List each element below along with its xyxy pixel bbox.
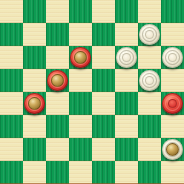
square-r1c7 [161,23,184,46]
square-r6c3[interactable] [69,138,92,161]
square-r1c6[interactable]: ⛀ [138,23,161,46]
square-r6c0 [0,138,23,161]
square-r1c4[interactable] [92,23,115,46]
red-king-piece[interactable]: ⛃ [70,47,91,68]
square-r4c7[interactable]: ⛂ [161,92,184,115]
square-r3c1 [23,69,46,92]
white-man-piece[interactable]: ⛀ [162,47,183,68]
square-r2c2 [46,46,69,69]
square-r2c0 [0,46,23,69]
square-r2c4 [92,46,115,69]
square-r3c5 [115,69,138,92]
square-r4c1[interactable]: ⛃ [23,92,46,115]
square-r0c2 [46,0,69,23]
square-r5c6[interactable] [138,115,161,138]
square-r2c6 [138,46,161,69]
square-r1c1 [23,23,46,46]
square-r4c4 [92,92,115,115]
square-r6c2 [46,138,69,161]
square-r5c7 [161,115,184,138]
white-man-piece[interactable]: ⛀ [116,47,137,68]
square-r4c6 [138,92,161,115]
square-r7c3 [69,161,92,184]
square-r3c6[interactable]: ⛀ [138,69,161,92]
square-r0c6 [138,0,161,23]
square-r6c4 [92,138,115,161]
square-r2c3[interactable]: ⛃ [69,46,92,69]
square-r6c5[interactable] [115,138,138,161]
square-r7c1 [23,161,46,184]
square-r7c0[interactable] [0,161,23,184]
square-r6c7[interactable]: ⛁ [161,138,184,161]
square-r4c0 [0,92,23,115]
square-r4c5[interactable] [115,92,138,115]
white-king-piece[interactable]: ⛁ [162,139,183,160]
square-r0c5[interactable] [115,0,138,23]
square-r7c6[interactable] [138,161,161,184]
square-r2c5[interactable]: ⛀ [115,46,138,69]
square-r4c2 [46,92,69,115]
square-r7c4[interactable] [92,161,115,184]
square-r5c5 [115,115,138,138]
red-king-piece[interactable]: ⛃ [47,70,68,91]
square-r1c0[interactable] [0,23,23,46]
square-r2c7[interactable]: ⛀ [161,46,184,69]
square-r6c1[interactable] [23,138,46,161]
square-r1c5 [115,23,138,46]
square-r7c2[interactable] [46,161,69,184]
square-r3c3 [69,69,92,92]
square-r0c3[interactable] [69,0,92,23]
white-man-piece[interactable]: ⛀ [139,24,160,45]
square-r3c2[interactable]: ⛃ [46,69,69,92]
square-r5c1 [23,115,46,138]
square-r5c4[interactable] [92,115,115,138]
square-r1c2[interactable] [46,23,69,46]
square-r5c2[interactable] [46,115,69,138]
square-r5c3 [69,115,92,138]
square-r0c4 [92,0,115,23]
checkers-board: ⛀⛃⛀⛀⛃⛀⛃⛂⛁ [0,0,184,184]
square-r6c6 [138,138,161,161]
square-r0c1[interactable] [23,0,46,23]
square-r1c3 [69,23,92,46]
square-r5c0[interactable] [0,115,23,138]
square-r0c7[interactable] [161,0,184,23]
square-r7c7 [161,161,184,184]
square-r7c5 [115,161,138,184]
white-man-piece[interactable]: ⛀ [139,70,160,91]
red-king-piece[interactable]: ⛃ [24,93,45,114]
square-r0c0 [0,0,23,23]
square-r3c7 [161,69,184,92]
square-r4c3[interactable] [69,92,92,115]
square-r2c1[interactable] [23,46,46,69]
red-man-piece[interactable]: ⛂ [162,93,183,114]
square-r3c0[interactable] [0,69,23,92]
square-r3c4[interactable] [92,69,115,92]
